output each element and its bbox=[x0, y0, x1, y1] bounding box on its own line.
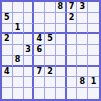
sudoku-cell-r1c1[interactable] bbox=[2, 2, 13, 13]
sudoku-cell-r4c6[interactable] bbox=[56, 34, 67, 45]
sudoku-cell-r2c4[interactable] bbox=[34, 13, 45, 24]
sudoku-cell-r9c6[interactable] bbox=[56, 88, 67, 99]
sudoku-cell-r7c8[interactable] bbox=[77, 67, 88, 78]
sudoku-cell-r9c1[interactable] bbox=[2, 88, 13, 99]
sudoku-cell-r8c3[interactable] bbox=[24, 77, 35, 88]
sudoku-cell-r3c9[interactable] bbox=[88, 24, 99, 35]
sudoku-cell-r4c3[interactable] bbox=[24, 34, 35, 45]
sudoku-cell-r5c1[interactable] bbox=[2, 45, 13, 56]
sudoku-cell-r5c5[interactable] bbox=[45, 45, 56, 56]
sudoku-cell-r7c3[interactable] bbox=[24, 67, 35, 78]
given-digit: 7 bbox=[36, 68, 42, 76]
sudoku-cell-r9c7[interactable] bbox=[67, 88, 78, 99]
sudoku-cell-r3c4[interactable] bbox=[34, 24, 45, 35]
sudoku-cell-r9c9[interactable] bbox=[88, 88, 99, 99]
sudoku-cell-r3c7[interactable] bbox=[67, 24, 78, 35]
given-digit: 7 bbox=[69, 3, 75, 11]
sudoku-cell-r3c3[interactable] bbox=[24, 24, 35, 35]
given-digit: 5 bbox=[4, 14, 10, 22]
given-digit: 6 bbox=[36, 46, 42, 54]
sudoku-cell-r9c4[interactable] bbox=[34, 88, 45, 99]
given-digit: 8 bbox=[57, 3, 63, 11]
sudoku-cell-r2c5[interactable] bbox=[45, 13, 56, 24]
sudoku-cell-r8c2[interactable] bbox=[13, 77, 24, 88]
sudoku-cell-r1c6[interactable]: 8 bbox=[56, 2, 67, 13]
sudoku-cell-r9c8[interactable] bbox=[77, 88, 88, 99]
sudoku-cell-r8c4[interactable] bbox=[34, 77, 45, 88]
given-digit: 3 bbox=[25, 46, 31, 54]
sudoku-cell-r4c7[interactable] bbox=[67, 34, 78, 45]
sudoku-cell-r8c1[interactable] bbox=[2, 77, 13, 88]
sudoku-cell-r7c2[interactable] bbox=[13, 67, 24, 78]
sudoku-cell-r5c8[interactable] bbox=[77, 45, 88, 56]
given-digit: 8 bbox=[15, 56, 21, 64]
sudoku-cell-r8c8[interactable]: 8 bbox=[77, 77, 88, 88]
given-digit: 5 bbox=[47, 35, 53, 43]
sudoku-cell-r2c1[interactable]: 5 bbox=[2, 13, 13, 24]
given-digit: 2 bbox=[47, 68, 53, 76]
sudoku-cell-r1c4[interactable] bbox=[34, 2, 45, 13]
sudoku-cell-r6c9[interactable] bbox=[88, 56, 99, 67]
given-digit: 3 bbox=[80, 3, 86, 11]
sudoku-cell-r6c3[interactable] bbox=[24, 56, 35, 67]
sudoku-cell-r5c9[interactable] bbox=[88, 45, 99, 56]
sudoku-cell-r4c8[interactable] bbox=[77, 34, 88, 45]
sudoku-cell-r1c3[interactable] bbox=[24, 2, 35, 13]
sudoku-cell-r2c3[interactable] bbox=[24, 13, 35, 24]
sudoku-cell-r4c9[interactable] bbox=[88, 34, 99, 45]
given-digit: 1 bbox=[91, 78, 97, 86]
sudoku-cell-r8c5[interactable] bbox=[45, 77, 56, 88]
sudoku-cell-r7c4[interactable]: 7 bbox=[34, 67, 45, 78]
given-digit: 4 bbox=[4, 68, 10, 76]
sudoku-cell-r2c7[interactable]: 2 bbox=[67, 13, 78, 24]
sudoku-cell-r7c5[interactable]: 2 bbox=[45, 67, 56, 78]
sudoku-cell-r1c9[interactable] bbox=[88, 2, 99, 13]
sudoku-cell-r1c2[interactable] bbox=[13, 2, 24, 13]
sudoku-cell-r1c8[interactable]: 3 bbox=[77, 2, 88, 13]
sudoku-cell-r1c7[interactable]: 7 bbox=[67, 2, 78, 13]
sudoku-cell-r7c1[interactable]: 4 bbox=[2, 67, 13, 78]
sudoku-cell-r7c7[interactable] bbox=[67, 67, 78, 78]
sudoku-cell-r6c2[interactable]: 8 bbox=[13, 56, 24, 67]
sudoku-cell-r5c4[interactable]: 6 bbox=[34, 45, 45, 56]
sudoku-cell-r7c9[interactable] bbox=[88, 67, 99, 78]
sudoku-cell-r7c6[interactable] bbox=[56, 67, 67, 78]
sudoku-cell-r3c2[interactable]: 1 bbox=[13, 24, 24, 35]
sudoku-cell-r6c5[interactable] bbox=[45, 56, 56, 67]
sudoku-cell-r6c4[interactable] bbox=[34, 56, 45, 67]
sudoku-cell-r9c5[interactable] bbox=[45, 88, 56, 99]
sudoku-cell-r5c7[interactable] bbox=[67, 45, 78, 56]
sudoku-cell-r2c9[interactable] bbox=[88, 13, 99, 24]
sudoku-cell-r5c3[interactable]: 3 bbox=[24, 45, 35, 56]
sudoku-board: 87352124536847281 bbox=[0, 0, 101, 101]
sudoku-cell-r2c8[interactable] bbox=[77, 13, 88, 24]
sudoku-cell-r5c2[interactable] bbox=[13, 45, 24, 56]
sudoku-cell-r2c6[interactable] bbox=[56, 13, 67, 24]
sudoku-cell-r2c2[interactable] bbox=[13, 13, 24, 24]
given-digit: 2 bbox=[4, 35, 10, 43]
sudoku-cell-r3c5[interactable] bbox=[45, 24, 56, 35]
sudoku-cell-r8c6[interactable] bbox=[56, 77, 67, 88]
given-digit: 8 bbox=[80, 78, 86, 86]
sudoku-cell-r4c1[interactable]: 2 bbox=[2, 34, 13, 45]
sudoku-cell-r5c6[interactable] bbox=[56, 45, 67, 56]
sudoku-cell-r6c6[interactable] bbox=[56, 56, 67, 67]
sudoku-cell-r4c5[interactable]: 5 bbox=[45, 34, 56, 45]
sudoku-cell-r6c1[interactable] bbox=[2, 56, 13, 67]
given-digit: 1 bbox=[15, 24, 21, 32]
sudoku-cell-r4c2[interactable] bbox=[13, 34, 24, 45]
sudoku-cell-r1c5[interactable] bbox=[45, 2, 56, 13]
sudoku-cell-r9c3[interactable] bbox=[24, 88, 35, 99]
sudoku-cell-r6c7[interactable] bbox=[67, 56, 78, 67]
sudoku-cell-r8c7[interactable] bbox=[67, 77, 78, 88]
sudoku-cell-r9c2[interactable] bbox=[13, 88, 24, 99]
sudoku-cell-r3c6[interactable] bbox=[56, 24, 67, 35]
sudoku-cell-r3c8[interactable] bbox=[77, 24, 88, 35]
sudoku-cell-r6c8[interactable] bbox=[77, 56, 88, 67]
sudoku-cell-r8c9[interactable]: 1 bbox=[88, 77, 99, 88]
given-digit: 2 bbox=[69, 14, 75, 22]
sudoku-cell-r4c4[interactable]: 4 bbox=[34, 34, 45, 45]
sudoku-cell-r3c1[interactable] bbox=[2, 24, 13, 35]
given-digit: 4 bbox=[36, 35, 42, 43]
